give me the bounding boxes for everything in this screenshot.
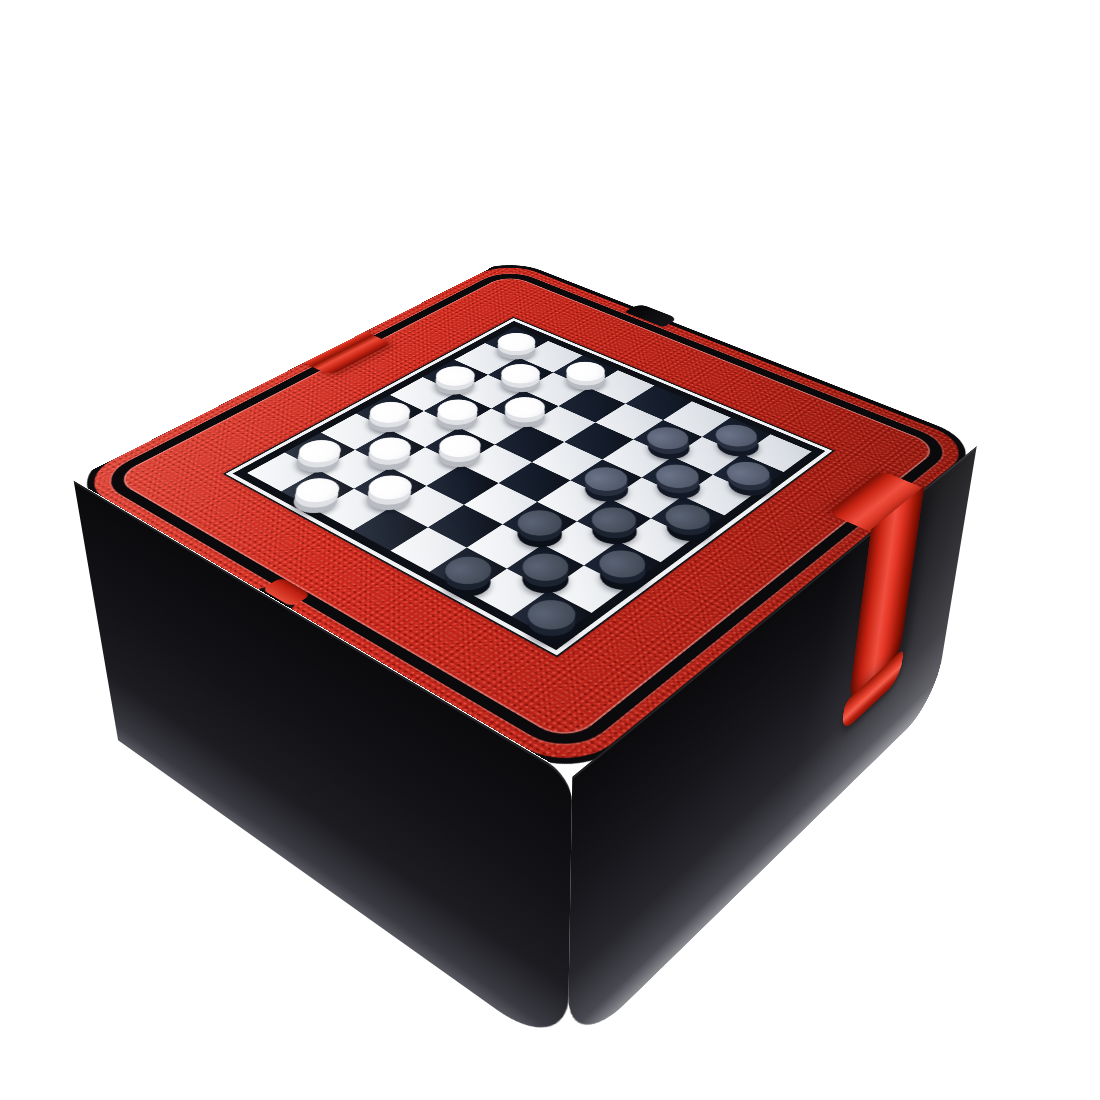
game-case — [74, 261, 977, 777]
latch-clip-top — [290, 325, 392, 375]
product-photo — [0, 0, 1100, 1100]
rim-notch — [625, 303, 679, 327]
